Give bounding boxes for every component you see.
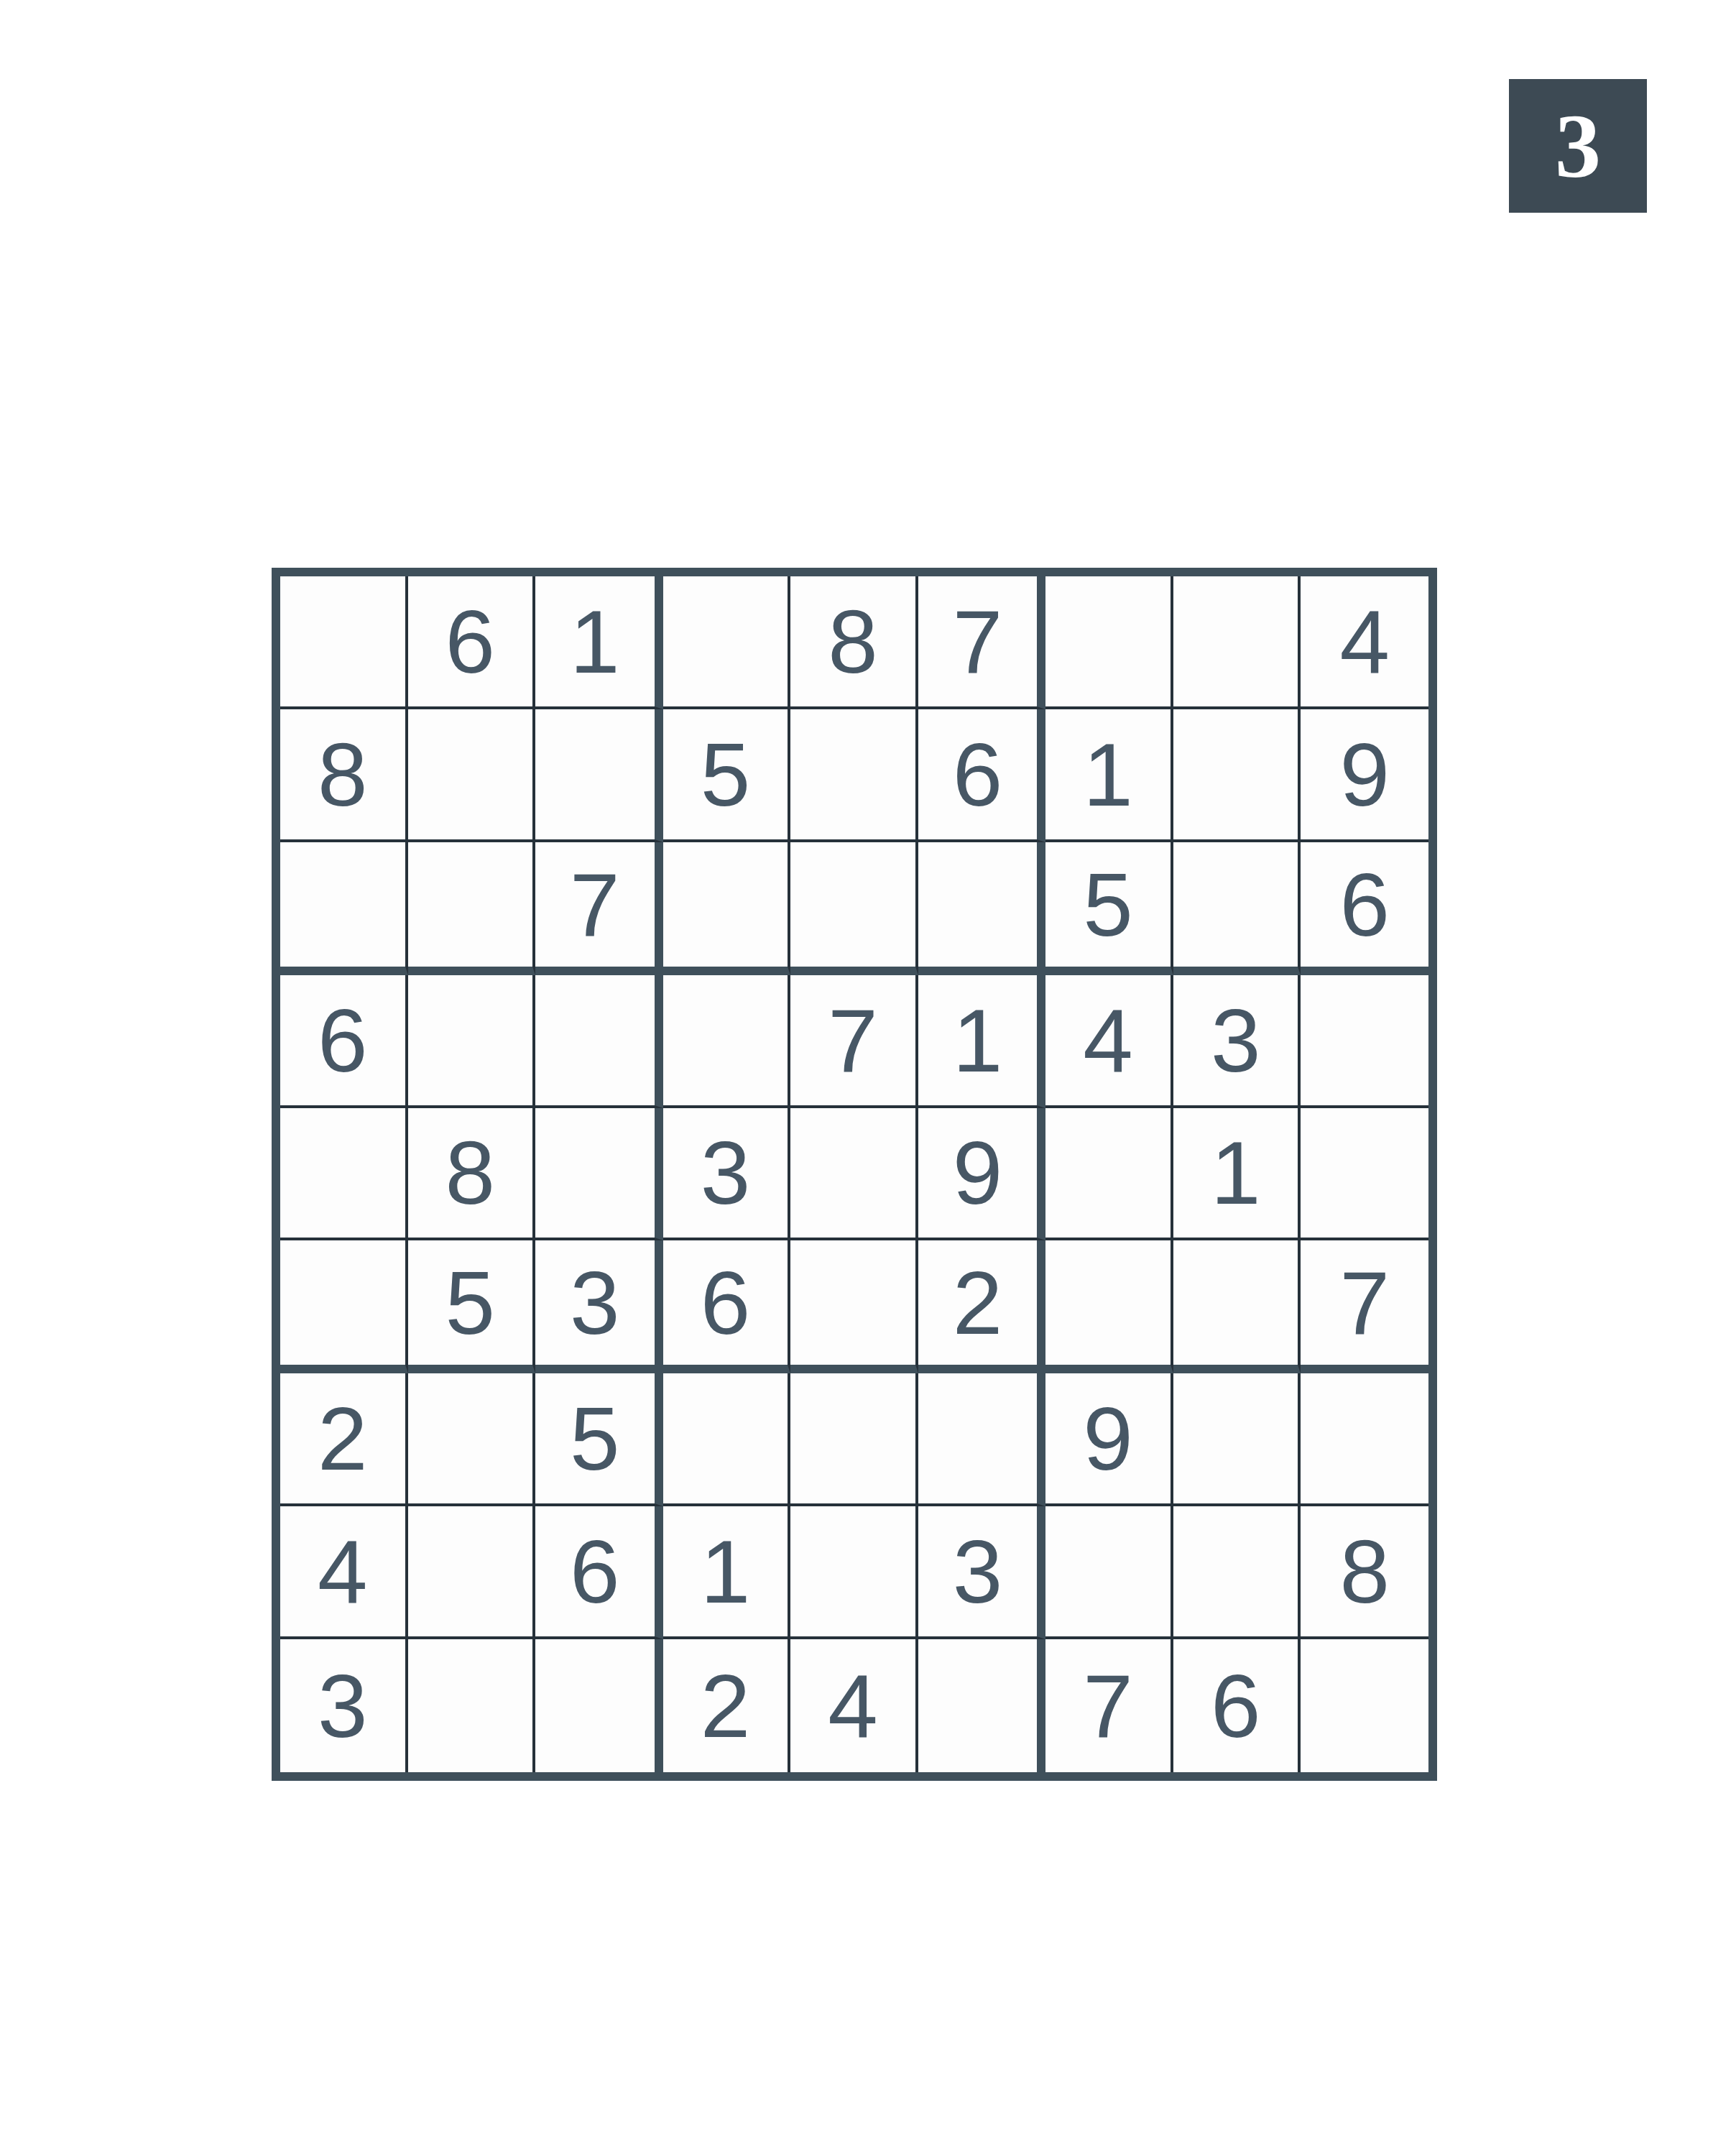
cell-r2c2: [408, 709, 536, 842]
cell-r1c9: 4: [1301, 576, 1428, 709]
cell-r7c2: [408, 1373, 536, 1506]
cell-r1c3: 1: [535, 576, 663, 709]
cell-r7c9: [1301, 1373, 1428, 1506]
cell-r5c7: [1045, 1108, 1173, 1241]
cell-r8c1: 4: [280, 1506, 408, 1639]
cell-r7c6: [918, 1373, 1046, 1506]
cell-r2c4: 5: [663, 709, 791, 842]
cell-r7c4: [663, 1373, 791, 1506]
cell-r1c8: [1173, 576, 1301, 709]
cell-r3c3: 7: [535, 842, 663, 975]
cell-r9c4: 2: [663, 1639, 791, 1772]
cell-r4c5: 7: [790, 975, 918, 1108]
cell-r1c2: 6: [408, 576, 536, 709]
cell-r9c8: 6: [1173, 1639, 1301, 1772]
cell-r4c1: 6: [280, 975, 408, 1108]
puzzle-number-badge: 3: [1509, 79, 1647, 213]
cell-r3c2: [408, 842, 536, 975]
cell-r5c2: 8: [408, 1108, 536, 1241]
cell-r4c9: [1301, 975, 1428, 1108]
cell-r8c3: 6: [535, 1506, 663, 1639]
cell-r3c4: [663, 842, 791, 975]
cell-r1c1: [280, 576, 408, 709]
cell-r6c1: [280, 1240, 408, 1373]
cell-r6c2: 5: [408, 1240, 536, 1373]
cell-r1c4: [663, 576, 791, 709]
cell-r4c7: 4: [1045, 975, 1173, 1108]
cell-r3c7: 5: [1045, 842, 1173, 975]
cell-r1c6: 7: [918, 576, 1046, 709]
cell-r6c3: 3: [535, 1240, 663, 1373]
cell-r9c3: [535, 1639, 663, 1772]
cell-r5c5: [790, 1108, 918, 1241]
cell-r9c2: [408, 1639, 536, 1772]
cell-r7c1: 2: [280, 1373, 408, 1506]
cell-r8c9: 8: [1301, 1506, 1428, 1639]
cell-r8c8: [1173, 1506, 1301, 1639]
cell-r5c6: 9: [918, 1108, 1046, 1241]
cell-r6c9: 7: [1301, 1240, 1428, 1373]
cell-r8c6: 3: [918, 1506, 1046, 1639]
cell-r4c8: 3: [1173, 975, 1301, 1108]
cell-r9c1: 3: [280, 1639, 408, 1772]
cell-r7c7: 9: [1045, 1373, 1173, 1506]
cell-r9c5: 4: [790, 1639, 918, 1772]
cell-r4c6: 1: [918, 975, 1046, 1108]
cell-r4c3: [535, 975, 663, 1108]
cell-r2c3: [535, 709, 663, 842]
cell-r4c4: [663, 975, 791, 1108]
cell-r2c6: 6: [918, 709, 1046, 842]
cell-r6c8: [1173, 1240, 1301, 1373]
cell-r6c6: 2: [918, 1240, 1046, 1373]
cell-r3c6: [918, 842, 1046, 975]
cell-r8c7: [1045, 1506, 1173, 1639]
cell-r3c5: [790, 842, 918, 975]
cell-r2c8: [1173, 709, 1301, 842]
cell-r9c7: 7: [1045, 1639, 1173, 1772]
cell-r7c3: 5: [535, 1373, 663, 1506]
cell-r9c6: [918, 1639, 1046, 1772]
cell-r3c8: [1173, 842, 1301, 975]
cell-r5c9: [1301, 1108, 1428, 1241]
cell-r5c3: [535, 1108, 663, 1241]
cell-r9c9: [1301, 1639, 1428, 1772]
cell-r6c5: [790, 1240, 918, 1373]
cell-r4c2: [408, 975, 536, 1108]
cell-r8c4: 1: [663, 1506, 791, 1639]
cell-r3c9: 6: [1301, 842, 1428, 975]
cell-r2c9: 9: [1301, 709, 1428, 842]
cell-r8c2: [408, 1506, 536, 1639]
cell-r6c7: [1045, 1240, 1173, 1373]
cell-r7c8: [1173, 1373, 1301, 1506]
cell-r7c5: [790, 1373, 918, 1506]
cell-r2c1: 8: [280, 709, 408, 842]
cell-r1c7: [1045, 576, 1173, 709]
cell-r5c8: 1: [1173, 1108, 1301, 1241]
cell-r1c5: 8: [790, 576, 918, 709]
cell-r5c1: [280, 1108, 408, 1241]
puzzle-number-label: 3: [1555, 100, 1601, 192]
cell-r3c1: [280, 842, 408, 975]
cell-r5c4: 3: [663, 1108, 791, 1241]
sudoku-grid: 6187485619756671438391536272594613832476: [272, 568, 1437, 1781]
cell-r6c4: 6: [663, 1240, 791, 1373]
cell-r2c7: 1: [1045, 709, 1173, 842]
cell-r8c5: [790, 1506, 918, 1639]
cell-r2c5: [790, 709, 918, 842]
